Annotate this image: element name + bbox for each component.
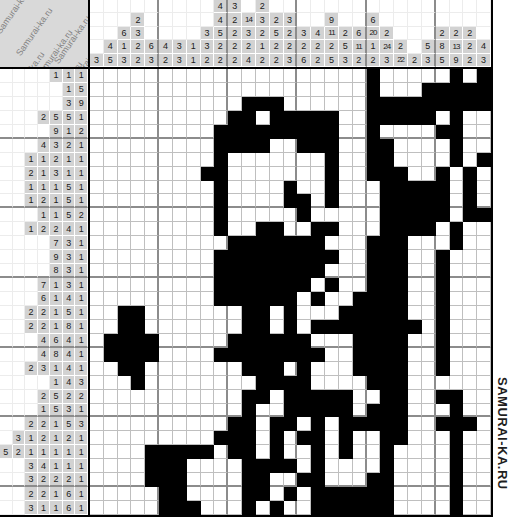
grid-cell[interactable] [380, 208, 394, 222]
grid-cell[interactable] [90, 501, 104, 515]
grid-cell[interactable] [394, 334, 408, 348]
grid-cell[interactable] [353, 487, 367, 501]
grid-cell[interactable] [325, 376, 339, 390]
grid-cell[interactable] [436, 459, 450, 473]
grid-cell[interactable] [394, 459, 408, 473]
grid-cell[interactable] [477, 501, 491, 515]
grid-cell[interactable] [104, 417, 118, 431]
grid-cell[interactable] [228, 376, 242, 390]
grid-cell[interactable] [104, 69, 118, 83]
grid-cell[interactable] [104, 125, 118, 139]
grid-cell[interactable] [173, 153, 187, 167]
grid-cell[interactable] [214, 181, 228, 195]
grid-cell[interactable] [228, 487, 242, 501]
grid-cell[interactable] [477, 417, 491, 431]
grid-cell[interactable] [311, 83, 325, 97]
grid-cell[interactable] [214, 292, 228, 306]
grid-cell[interactable] [131, 459, 145, 473]
grid-cell[interactable] [436, 362, 450, 376]
grid-cell[interactable] [436, 278, 450, 292]
grid-cell[interactable] [477, 153, 491, 167]
grid-cell[interactable] [173, 417, 187, 431]
grid-cell[interactable] [201, 431, 215, 445]
grid-cell[interactable] [339, 250, 353, 264]
grid-cell[interactable] [408, 111, 422, 125]
grid-cell[interactable] [353, 69, 367, 83]
grid-cell[interactable] [408, 167, 422, 181]
grid-cell[interactable] [228, 334, 242, 348]
grid-cell[interactable] [284, 278, 298, 292]
grid-cell[interactable] [394, 292, 408, 306]
grid-cell[interactable] [131, 376, 145, 390]
grid-cell[interactable] [450, 348, 464, 362]
grid-cell[interactable] [228, 459, 242, 473]
grid-cell[interactable] [380, 376, 394, 390]
grid-cell[interactable] [367, 362, 381, 376]
grid-cell[interactable] [394, 278, 408, 292]
grid-cell[interactable] [256, 83, 270, 97]
grid-cell[interactable] [450, 501, 464, 515]
grid-cell[interactable] [297, 404, 311, 418]
grid-cell[interactable] [325, 236, 339, 250]
grid-cell[interactable] [145, 167, 159, 181]
grid-cell[interactable] [463, 97, 477, 111]
grid-cell[interactable] [408, 445, 422, 459]
grid-cell[interactable] [242, 320, 256, 334]
grid-cell[interactable] [463, 236, 477, 250]
grid-cell[interactable] [422, 83, 436, 97]
grid-cell[interactable] [353, 236, 367, 250]
grid-cell[interactable] [201, 459, 215, 473]
grid-cell[interactable] [339, 69, 353, 83]
grid-cell[interactable] [353, 181, 367, 195]
grid-cell[interactable] [463, 278, 477, 292]
grid-cell[interactable] [214, 222, 228, 236]
grid-cell[interactable] [214, 487, 228, 501]
grid-cell[interactable] [159, 125, 173, 139]
grid-cell[interactable] [408, 69, 422, 83]
grid-cell[interactable] [187, 390, 201, 404]
grid-cell[interactable] [339, 278, 353, 292]
grid-cell[interactable] [394, 404, 408, 418]
grid-cell[interactable] [311, 194, 325, 208]
grid-cell[interactable] [256, 487, 270, 501]
grid-cell[interactable] [367, 390, 381, 404]
grid-cell[interactable] [228, 236, 242, 250]
grid-cell[interactable] [104, 404, 118, 418]
grid-cell[interactable] [422, 69, 436, 83]
grid-cell[interactable] [173, 404, 187, 418]
grid-cell[interactable] [187, 404, 201, 418]
grid-cell[interactable] [367, 278, 381, 292]
grid-cell[interactable] [145, 153, 159, 167]
grid-cell[interactable] [311, 362, 325, 376]
grid-cell[interactable] [90, 362, 104, 376]
grid-cell[interactable] [353, 83, 367, 97]
grid-cell[interactable] [242, 459, 256, 473]
grid-cell[interactable] [187, 125, 201, 139]
grid-cell[interactable] [339, 306, 353, 320]
grid-cell[interactable] [339, 292, 353, 306]
grid-cell[interactable] [311, 250, 325, 264]
grid-cell[interactable] [450, 250, 464, 264]
grid-cell[interactable] [477, 334, 491, 348]
grid-cell[interactable] [408, 348, 422, 362]
grid-cell[interactable] [242, 194, 256, 208]
grid-cell[interactable] [90, 83, 104, 97]
grid-cell[interactable] [214, 404, 228, 418]
grid-cell[interactable] [325, 404, 339, 418]
grid-cell[interactable] [173, 459, 187, 473]
grid-cell[interactable] [408, 459, 422, 473]
grid-cell[interactable] [284, 431, 298, 445]
grid-cell[interactable] [325, 306, 339, 320]
grid-cell[interactable] [463, 501, 477, 515]
grid-cell[interactable] [201, 208, 215, 222]
grid-cell[interactable] [450, 139, 464, 153]
grid-cell[interactable] [297, 167, 311, 181]
grid-cell[interactable] [463, 264, 477, 278]
grid-cell[interactable] [422, 236, 436, 250]
grid-cell[interactable] [201, 320, 215, 334]
grid-cell[interactable] [477, 306, 491, 320]
grid-cell[interactable] [367, 194, 381, 208]
grid-cell[interactable] [104, 445, 118, 459]
grid-cell[interactable] [367, 417, 381, 431]
grid-cell[interactable] [228, 153, 242, 167]
grid-cell[interactable] [104, 111, 118, 125]
grid-cell[interactable] [325, 459, 339, 473]
grid-cell[interactable] [159, 69, 173, 83]
grid-cell[interactable] [228, 292, 242, 306]
grid-cell[interactable] [450, 473, 464, 487]
grid-cell[interactable] [104, 459, 118, 473]
grid-cell[interactable] [270, 111, 284, 125]
grid-cell[interactable] [228, 69, 242, 83]
grid-cell[interactable] [214, 236, 228, 250]
grid-cell[interactable] [201, 236, 215, 250]
grid-cell[interactable] [450, 306, 464, 320]
grid-cell[interactable] [311, 487, 325, 501]
grid-cell[interactable] [367, 139, 381, 153]
grid-cell[interactable] [297, 139, 311, 153]
grid-cell[interactable] [436, 292, 450, 306]
grid-cell[interactable] [422, 181, 436, 195]
grid-cell[interactable] [380, 417, 394, 431]
grid-cell[interactable] [173, 445, 187, 459]
grid-cell[interactable] [90, 445, 104, 459]
grid-cell[interactable] [297, 487, 311, 501]
grid-cell[interactable] [380, 111, 394, 125]
grid-cell[interactable] [173, 139, 187, 153]
grid-cell[interactable] [242, 501, 256, 515]
grid-cell[interactable] [367, 501, 381, 515]
grid-cell[interactable] [173, 97, 187, 111]
grid-cell[interactable] [256, 69, 270, 83]
grid-cell[interactable] [463, 404, 477, 418]
grid-cell[interactable] [90, 250, 104, 264]
grid-cell[interactable] [159, 264, 173, 278]
grid-cell[interactable] [380, 69, 394, 83]
grid-cell[interactable] [380, 167, 394, 181]
grid-cell[interactable] [104, 431, 118, 445]
grid-cell[interactable] [228, 390, 242, 404]
grid-cell[interactable] [353, 473, 367, 487]
grid-cell[interactable] [131, 111, 145, 125]
grid-cell[interactable] [187, 236, 201, 250]
grid-cell[interactable] [214, 445, 228, 459]
grid-cell[interactable] [173, 390, 187, 404]
grid-cell[interactable] [311, 417, 325, 431]
grid-cell[interactable] [104, 181, 118, 195]
grid-cell[interactable] [353, 320, 367, 334]
grid-cell[interactable] [131, 473, 145, 487]
grid-cell[interactable] [242, 83, 256, 97]
grid-cell[interactable] [284, 194, 298, 208]
grid-cell[interactable] [201, 69, 215, 83]
grid-cell[interactable] [90, 69, 104, 83]
grid-cell[interactable] [131, 69, 145, 83]
grid-cell[interactable] [187, 431, 201, 445]
grid-cell[interactable] [90, 181, 104, 195]
grid-cell[interactable] [311, 167, 325, 181]
grid-cell[interactable] [214, 417, 228, 431]
grid-cell[interactable] [256, 404, 270, 418]
grid-cell[interactable] [297, 194, 311, 208]
grid-cell[interactable] [394, 83, 408, 97]
grid-cell[interactable] [104, 264, 118, 278]
grid-cell[interactable] [270, 181, 284, 195]
grid-cell[interactable] [145, 292, 159, 306]
grid-cell[interactable] [422, 417, 436, 431]
grid-cell[interactable] [159, 487, 173, 501]
grid-cell[interactable] [201, 292, 215, 306]
grid-cell[interactable] [104, 97, 118, 111]
grid-cell[interactable] [353, 194, 367, 208]
grid-cell[interactable] [422, 459, 436, 473]
grid-cell[interactable] [90, 473, 104, 487]
grid-cell[interactable] [159, 167, 173, 181]
grid-cell[interactable] [90, 194, 104, 208]
grid-cell[interactable] [201, 222, 215, 236]
grid-cell[interactable] [228, 362, 242, 376]
grid-cell[interactable] [436, 194, 450, 208]
grid-cell[interactable] [131, 153, 145, 167]
grid-cell[interactable] [311, 334, 325, 348]
grid-cell[interactable] [325, 181, 339, 195]
grid-cell[interactable] [270, 97, 284, 111]
grid-cell[interactable] [450, 376, 464, 390]
grid-cell[interactable] [242, 139, 256, 153]
grid-cell[interactable] [380, 236, 394, 250]
grid-cell[interactable] [104, 222, 118, 236]
grid-cell[interactable] [118, 97, 132, 111]
grid-cell[interactable] [311, 139, 325, 153]
grid-cell[interactable] [325, 390, 339, 404]
grid-cell[interactable] [90, 320, 104, 334]
grid-cell[interactable] [173, 208, 187, 222]
grid-cell[interactable] [339, 390, 353, 404]
grid-cell[interactable] [284, 97, 298, 111]
grid-cell[interactable] [187, 487, 201, 501]
grid-cell[interactable] [145, 139, 159, 153]
grid-cell[interactable] [131, 445, 145, 459]
grid-cell[interactable] [450, 264, 464, 278]
grid-cell[interactable] [118, 431, 132, 445]
grid-cell[interactable] [173, 236, 187, 250]
grid-cell[interactable] [367, 222, 381, 236]
grid-cell[interactable] [297, 97, 311, 111]
grid-cell[interactable] [353, 139, 367, 153]
grid-cell[interactable] [367, 181, 381, 195]
grid-cell[interactable] [436, 222, 450, 236]
grid-cell[interactable] [228, 320, 242, 334]
grid-cell[interactable] [353, 278, 367, 292]
grid-cell[interactable] [242, 167, 256, 181]
grid-cell[interactable] [201, 97, 215, 111]
grid-cell[interactable] [339, 334, 353, 348]
grid-cell[interactable] [187, 250, 201, 264]
grid-cell[interactable] [131, 292, 145, 306]
grid-cell[interactable] [422, 264, 436, 278]
grid-cell[interactable] [90, 139, 104, 153]
grid-cell[interactable] [187, 208, 201, 222]
grid-cell[interactable] [394, 250, 408, 264]
grid-cell[interactable] [422, 278, 436, 292]
grid-cell[interactable] [311, 292, 325, 306]
grid-cell[interactable] [131, 487, 145, 501]
grid-cell[interactable] [118, 278, 132, 292]
grid-cell[interactable] [325, 320, 339, 334]
grid-cell[interactable] [104, 139, 118, 153]
grid-cell[interactable] [380, 334, 394, 348]
grid-cell[interactable] [187, 97, 201, 111]
grid-cell[interactable] [270, 431, 284, 445]
grid-cell[interactable] [463, 153, 477, 167]
grid-cell[interactable] [380, 181, 394, 195]
grid-cell[interactable] [297, 390, 311, 404]
grid-cell[interactable] [256, 390, 270, 404]
grid-cell[interactable] [408, 264, 422, 278]
grid-cell[interactable] [284, 292, 298, 306]
grid-cell[interactable] [297, 445, 311, 459]
grid-cell[interactable] [408, 97, 422, 111]
grid-cell[interactable] [104, 236, 118, 250]
grid-cell[interactable] [256, 111, 270, 125]
grid-cell[interactable] [173, 250, 187, 264]
grid-cell[interactable] [367, 348, 381, 362]
grid-cell[interactable] [367, 97, 381, 111]
grid-cell[interactable] [131, 236, 145, 250]
grid-cell[interactable] [284, 487, 298, 501]
grid-cell[interactable] [297, 306, 311, 320]
grid-cell[interactable] [325, 69, 339, 83]
grid-cell[interactable] [201, 376, 215, 390]
grid-cell[interactable] [380, 431, 394, 445]
grid-cell[interactable] [339, 431, 353, 445]
grid-cell[interactable] [145, 376, 159, 390]
grid-cell[interactable] [436, 125, 450, 139]
grid-cell[interactable] [297, 292, 311, 306]
grid-cell[interactable] [436, 487, 450, 501]
grid-cell[interactable] [242, 306, 256, 320]
grid-cell[interactable] [242, 376, 256, 390]
grid-cell[interactable] [201, 125, 215, 139]
grid-cell[interactable] [463, 222, 477, 236]
grid-cell[interactable] [422, 194, 436, 208]
grid-cell[interactable] [450, 167, 464, 181]
grid-cell[interactable] [256, 473, 270, 487]
grid-cell[interactable] [436, 167, 450, 181]
grid-cell[interactable] [256, 250, 270, 264]
grid-cell[interactable] [436, 417, 450, 431]
grid-cell[interactable] [228, 208, 242, 222]
grid-cell[interactable] [477, 376, 491, 390]
grid-cell[interactable] [228, 445, 242, 459]
grid-cell[interactable] [131, 362, 145, 376]
grid-cell[interactable] [173, 264, 187, 278]
grid-cell[interactable] [214, 125, 228, 139]
grid-cell[interactable] [118, 69, 132, 83]
grid-cell[interactable] [187, 362, 201, 376]
grid-cell[interactable] [256, 334, 270, 348]
grid-cell[interactable] [256, 153, 270, 167]
grid-cell[interactable] [159, 83, 173, 97]
grid-cell[interactable] [145, 390, 159, 404]
grid-cell[interactable] [422, 153, 436, 167]
grid-cell[interactable] [367, 111, 381, 125]
grid-cell[interactable] [104, 348, 118, 362]
grid-cell[interactable] [311, 264, 325, 278]
grid-cell[interactable] [353, 348, 367, 362]
grid-cell[interactable] [422, 208, 436, 222]
grid-cell[interactable] [422, 125, 436, 139]
grid-cell[interactable] [380, 390, 394, 404]
grid-cell[interactable] [214, 320, 228, 334]
grid-cell[interactable] [118, 208, 132, 222]
grid-cell[interactable] [339, 125, 353, 139]
grid-cell[interactable] [450, 194, 464, 208]
grid-cell[interactable] [159, 362, 173, 376]
grid-cell[interactable] [339, 236, 353, 250]
grid-cell[interactable] [436, 404, 450, 418]
grid-cell[interactable] [104, 362, 118, 376]
grid-cell[interactable] [463, 83, 477, 97]
grid-cell[interactable] [339, 487, 353, 501]
grid-cell[interactable] [201, 139, 215, 153]
grid-cell[interactable] [90, 431, 104, 445]
grid-cell[interactable] [408, 431, 422, 445]
grid-cell[interactable] [380, 222, 394, 236]
grid-cell[interactable] [201, 181, 215, 195]
grid-cell[interactable] [297, 181, 311, 195]
grid-cell[interactable] [450, 125, 464, 139]
grid-cell[interactable] [436, 431, 450, 445]
grid-cell[interactable] [145, 417, 159, 431]
grid-cell[interactable] [131, 431, 145, 445]
grid-cell[interactable] [90, 153, 104, 167]
grid-cell[interactable] [201, 264, 215, 278]
grid-cell[interactable] [145, 194, 159, 208]
grid-cell[interactable] [104, 390, 118, 404]
grid-cell[interactable] [118, 139, 132, 153]
grid-cell[interactable] [394, 320, 408, 334]
grid-cell[interactable] [118, 320, 132, 334]
grid-cell[interactable] [284, 445, 298, 459]
grid-cell[interactable] [422, 250, 436, 264]
grid-cell[interactable] [353, 264, 367, 278]
grid-cell[interactable] [436, 97, 450, 111]
